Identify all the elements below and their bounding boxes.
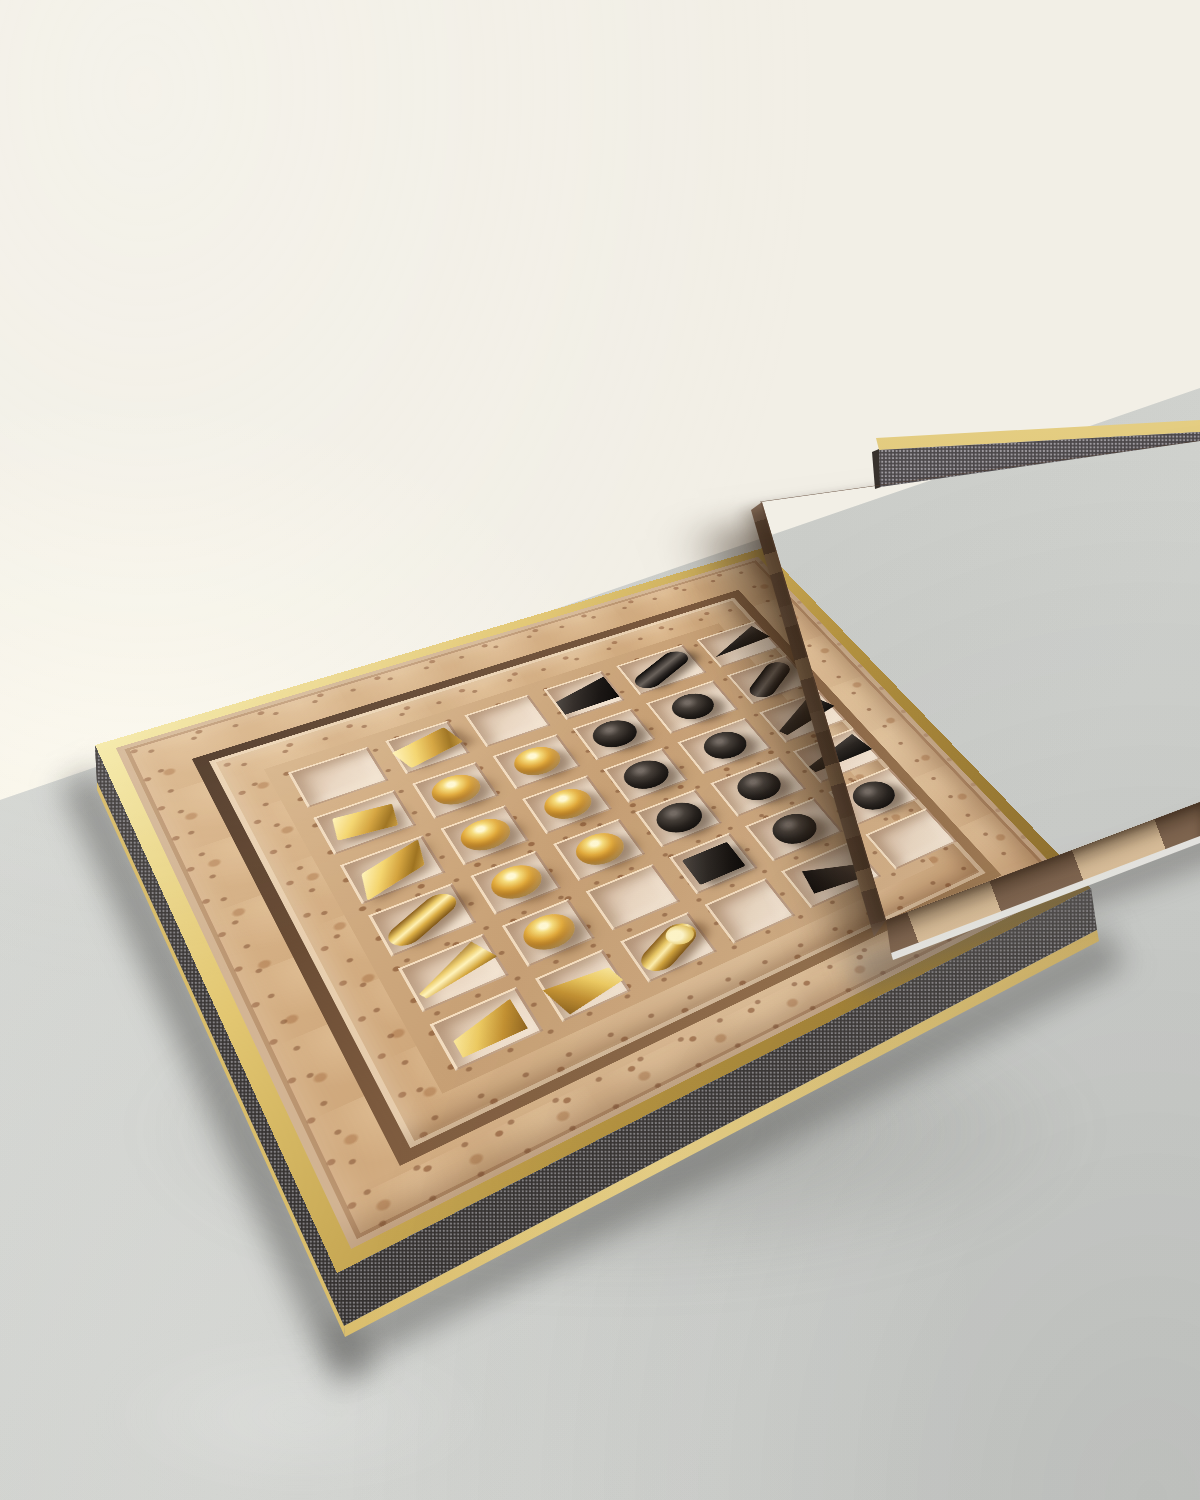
- piece-black-block: [682, 842, 746, 885]
- piece-black-sphere: [696, 727, 753, 764]
- tray-cell-r6-c4: [704, 878, 795, 944]
- piece-gold-sphere: [453, 813, 516, 857]
- tray-cell-r2-c4: [573, 708, 656, 760]
- tray-cell-r6-c3: [620, 912, 717, 983]
- piece-gold-sphere: [507, 742, 567, 781]
- table-reflection: [90, 1330, 510, 1500]
- tray-cell-r3-c4: [603, 748, 688, 803]
- piece-black-wedge: [549, 676, 619, 715]
- piece-gold-cyl: [381, 890, 463, 950]
- piece-gold-diamond: [361, 839, 424, 900]
- tray-cell-r5-c4: [669, 832, 758, 894]
- piece-black-sphere: [729, 767, 787, 806]
- piece-black-sphere: [665, 689, 721, 724]
- piece-gold-sphere: [425, 770, 487, 811]
- tray-cell-r4-c4: [635, 789, 722, 847]
- piece-black-cyl: [629, 648, 693, 691]
- piece-gold-cylcut: [634, 919, 703, 975]
- piece-gold-sphere: [568, 828, 631, 872]
- piece-gold-sphere: [537, 784, 598, 825]
- piece-gold-wedge2: [542, 956, 623, 1014]
- piece-gold-sphere: [483, 859, 548, 905]
- piece-black-sphere: [616, 756, 675, 795]
- tray-cell-r2-c2: [412, 762, 499, 819]
- piece-gold-wedge: [445, 999, 527, 1058]
- piece-black-sphere: [764, 809, 824, 850]
- piece-gold-cone: [407, 940, 500, 1006]
- piece-black-sphere: [649, 797, 710, 838]
- piece-gold-plate2: [332, 803, 398, 840]
- piece-gold-sphere: [515, 908, 582, 957]
- tray-cell-r6-c2: [535, 949, 631, 1022]
- piece-black-sphere: [585, 716, 643, 753]
- scene: Open shagreen and burl wood chess set bo…: [0, 0, 1200, 1500]
- tray-cell-r3-c2: [440, 805, 529, 865]
- tray-cell-r5-c2: [502, 899, 595, 967]
- tray-cell-r1-c4: [544, 671, 625, 720]
- tray-cell-r4-c2: [470, 851, 561, 915]
- tray-cell-r1-c2: [385, 721, 470, 775]
- piece-gold-plate: [392, 727, 463, 768]
